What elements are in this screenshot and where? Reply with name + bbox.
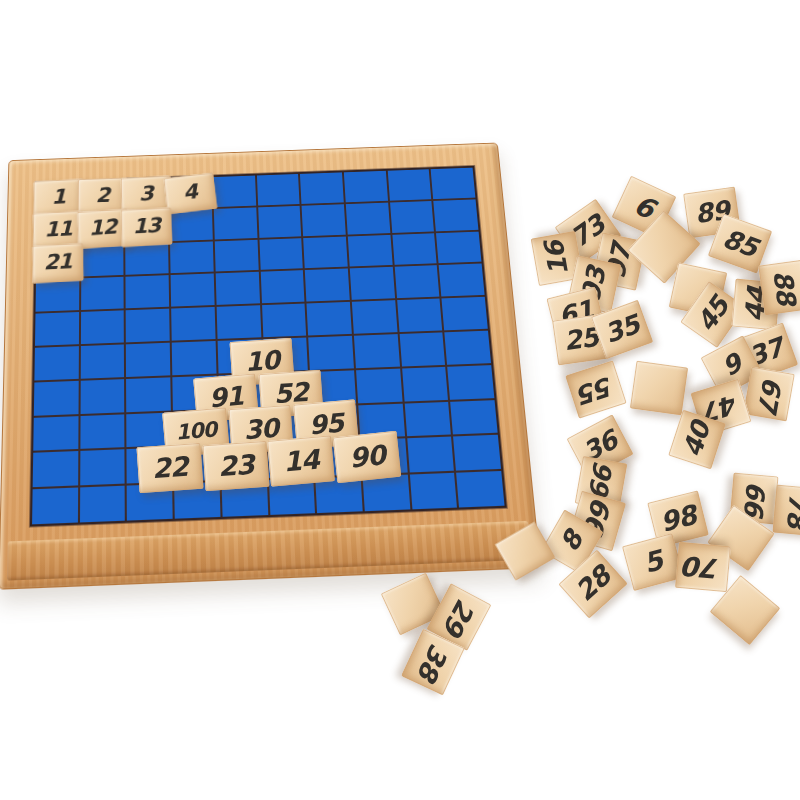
grid-cell-r7c1[interactable]	[34, 381, 79, 416]
grid-cell-r1c8[interactable]	[344, 171, 388, 202]
number-tile-67[interactable]: 67	[743, 367, 795, 422]
number-tile-14[interactable]: 14	[267, 435, 335, 486]
grid-cell-r6c10[interactable]	[445, 331, 491, 365]
number-tile-90[interactable]: 90	[333, 431, 401, 483]
grid-cell-r7c8[interactable]	[356, 368, 402, 403]
grid-cell-r6c4[interactable]	[172, 341, 216, 375]
grid-cell-r3c3[interactable]	[126, 243, 169, 275]
grid-cell-r6c7[interactable]	[308, 336, 353, 370]
tile-number-label: 2	[95, 185, 109, 206]
grid-cell-r4c7[interactable]	[305, 269, 350, 302]
grid-cell-r4c4[interactable]	[171, 274, 215, 307]
grid-cell-r1c6[interactable]	[256, 174, 299, 205]
grid-cell-r2c7[interactable]	[302, 204, 346, 236]
grid-cell-r9c9[interactable]	[407, 437, 454, 473]
tile-number-label: 21	[44, 251, 72, 273]
grid-cell-r1c10[interactable]	[431, 168, 475, 199]
tile-number-label: 3	[139, 184, 153, 205]
grid-cell-r1c4[interactable]: 4	[169, 177, 212, 208]
grid-cell-r6c9[interactable]	[399, 332, 445, 366]
grid-cell-r2c8[interactable]	[346, 202, 390, 234]
grid-cell-r5c5[interactable]	[216, 305, 260, 338]
grid-cell-r5c8[interactable]	[352, 300, 397, 333]
grid-cell-r8c2[interactable]	[80, 414, 125, 449]
grid-cell-r2c9[interactable]	[390, 201, 435, 233]
tile-number-label: 30	[243, 414, 279, 442]
tile-number-label: 23	[217, 450, 254, 479]
grid-cell-r5c2[interactable]	[81, 311, 125, 345]
grid-cell-r2c1[interactable]: 11	[37, 214, 80, 246]
tile-number-label: 45	[692, 292, 733, 335]
tile-number-label: 78	[784, 492, 800, 528]
tile-number-label: 8	[556, 527, 587, 555]
grid-cell-r7c9[interactable]	[402, 367, 448, 402]
grid-cell-r3c1[interactable]: 21	[36, 246, 79, 279]
grid-cell-r9c1[interactable]	[33, 451, 78, 487]
grid-cell-r5c3[interactable]	[126, 309, 170, 343]
grid-cell-r1c5[interactable]	[213, 176, 256, 207]
tile-number-label: 91	[208, 383, 244, 412]
grid-cell-r2c10[interactable]	[434, 199, 479, 231]
wood-tile-blank[interactable]	[630, 361, 688, 416]
tile-number-label: 38	[414, 641, 454, 685]
grid-cell-r6c3[interactable]	[126, 343, 170, 377]
tile-number-label: 5	[641, 546, 665, 577]
grid-cell-r10c2[interactable]	[80, 486, 126, 523]
number-tile-13[interactable]: 13	[121, 207, 172, 247]
tile-number-label: 12	[88, 216, 116, 238]
grid-cell-r4c9[interactable]	[394, 266, 439, 299]
tile-number-label: 40	[678, 418, 713, 459]
grid-cell-r4c3[interactable]	[126, 275, 169, 308]
hundred-board-scene: 123411121321 109152100309522231490673898…	[0, 0, 800, 800]
grid-cell-r6c8[interactable]	[354, 334, 400, 368]
tile-number-label: 90	[348, 441, 386, 472]
tile-number-label: 10	[244, 347, 280, 375]
tile-number-label: 70	[684, 553, 722, 583]
tile-number-label: 22	[151, 452, 188, 481]
grid-cell-r5c9[interactable]	[397, 299, 443, 332]
tile-number-label: 6	[631, 190, 659, 222]
grid-cell-r5c1[interactable]	[35, 312, 79, 346]
grid-cell-r4c6[interactable]	[260, 270, 304, 303]
grid-cell-r2c4[interactable]	[170, 209, 213, 241]
grid-cell-r4c1[interactable]	[36, 279, 79, 312]
number-tile-23[interactable]: 23	[202, 441, 269, 491]
grid-cell-r3c8[interactable]	[348, 235, 393, 267]
grid-cell-r2c3[interactable]: 13	[125, 210, 168, 242]
tile-number-label: 29	[440, 595, 481, 639]
tile-number-label: 1	[51, 187, 65, 208]
grid-cell-r1c1[interactable]: 1	[37, 182, 79, 213]
tile-number-label: 85	[720, 224, 761, 260]
grid-cell-r1c7[interactable]	[300, 172, 344, 203]
tile-number-label: 67	[754, 375, 786, 413]
grid-cell-r10c9[interactable]	[409, 473, 457, 509]
tile-number-label: 88	[770, 268, 800, 305]
tile-number-label: 14	[282, 445, 320, 475]
number-tile-88[interactable]: 88	[758, 259, 800, 315]
grid-cell-r3c10[interactable]	[436, 231, 481, 263]
number-tile-55[interactable]: 55	[565, 360, 626, 418]
tile-number-label: 95	[308, 409, 344, 438]
grid-cell-r4c8[interactable]	[350, 267, 395, 300]
grid-cell-r10c8[interactable]	[363, 475, 410, 511]
grid-cell-r3c4[interactable]	[170, 241, 213, 273]
grid-cell-r10c10[interactable]	[456, 471, 504, 507]
tile-number-label: 35	[601, 310, 642, 346]
tile-number-label: 98	[657, 501, 698, 536]
tile-number-label: 66	[741, 480, 770, 516]
grid-cell-r2c5[interactable]	[214, 207, 257, 239]
grid-cell-r3c6[interactable]	[259, 238, 303, 270]
number-tile-70[interactable]: 70	[675, 542, 731, 592]
grid-cell-r9c2[interactable]	[80, 450, 125, 486]
grid-cell-r7c10[interactable]	[447, 365, 494, 399]
grid-cell-r2c2[interactable]: 12	[81, 212, 124, 244]
grid-cell-r5c4[interactable]	[171, 307, 215, 341]
grid-cell-r8c10[interactable]	[450, 400, 497, 435]
number-tile-78[interactable]: 78	[772, 484, 800, 536]
grid-cell-r5c7[interactable]	[307, 302, 352, 335]
grid-cell-r1c2[interactable]: 2	[81, 180, 123, 211]
grid-cell-r3c2[interactable]	[81, 244, 124, 276]
board-front-edge	[7, 521, 532, 581]
tile-number-label: 11	[44, 218, 72, 240]
grid-cell-r2c6[interactable]	[258, 206, 302, 238]
grid-cell-r9c10[interactable]	[453, 435, 501, 471]
grid-cell-r7c3[interactable]	[126, 377, 171, 412]
tile-number-label: 55	[576, 372, 617, 407]
grid-cell-r7c2[interactable]	[80, 379, 124, 414]
grid-cell-r8c9[interactable]	[404, 401, 451, 436]
grid-cell-r6c2[interactable]	[80, 344, 124, 378]
grid-cell-r3c7[interactable]	[303, 236, 347, 268]
grid-cell-r1c9[interactable]	[387, 169, 431, 200]
grid-cell-r10c1[interactable]	[32, 488, 78, 525]
number-tile-4[interactable]: 4	[164, 172, 218, 214]
tile-number-label: 28	[570, 561, 615, 605]
number-tile-22[interactable]: 22	[136, 443, 203, 493]
grid-cell-r1c3[interactable]: 3	[125, 179, 167, 210]
grid-cell-r6c1[interactable]	[34, 346, 78, 380]
tile-number-label: 4	[182, 182, 198, 204]
tile-number-label: 16	[540, 239, 572, 277]
number-tile-21[interactable]: 21	[32, 243, 83, 283]
grid-cell-r3c9[interactable]	[392, 233, 437, 265]
grid-cell-r5c6[interactable]	[262, 304, 307, 337]
grid-cell-r4c10[interactable]	[439, 264, 485, 297]
tile-number-label: 100	[175, 419, 218, 443]
grid-cell-r4c2[interactable]	[81, 277, 124, 310]
tile-number-label: 13	[133, 215, 161, 237]
grid-cell-r8c1[interactable]	[33, 416, 78, 451]
tile-number-label: 9	[718, 350, 745, 381]
grid-cell-r4c5[interactable]	[215, 272, 259, 305]
grid-cell-r3c5[interactable]	[215, 239, 259, 271]
grid-cell-r5c10[interactable]	[442, 297, 488, 330]
